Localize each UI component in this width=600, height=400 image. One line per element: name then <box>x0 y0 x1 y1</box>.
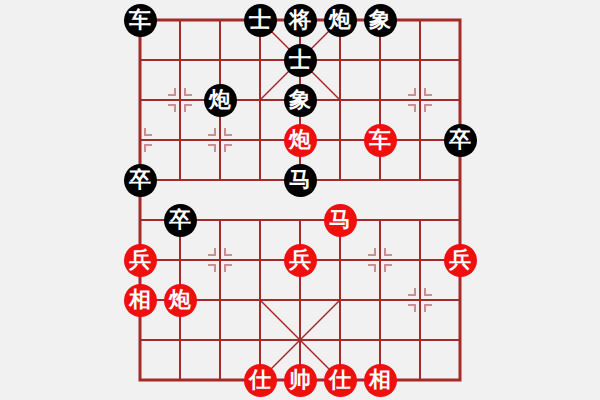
piece-red-soldier[interactable]: 兵 <box>124 244 157 277</box>
piece-red-soldier[interactable]: 兵 <box>444 244 477 277</box>
xiangqi-board: 车士将炮象士炮象炮车卒卒马卒马兵兵兵相炮仕帅仕相 <box>0 0 600 400</box>
piece-red-horse[interactable]: 马 <box>324 204 357 237</box>
piece-red-elephant[interactable]: 相 <box>364 364 397 397</box>
pieces-layer: 车士将炮象士炮象炮车卒卒马卒马兵兵兵相炮仕帅仕相 <box>0 0 600 400</box>
piece-black-advisor[interactable]: 士 <box>244 4 277 37</box>
piece-black-elephant[interactable]: 象 <box>284 84 317 117</box>
piece-red-chariot[interactable]: 车 <box>364 124 397 157</box>
piece-red-general[interactable]: 帅 <box>284 364 317 397</box>
piece-black-general[interactable]: 将 <box>284 4 317 37</box>
piece-red-elephant[interactable]: 相 <box>124 284 157 317</box>
piece-black-soldier[interactable]: 卒 <box>124 164 157 197</box>
piece-red-cannon[interactable]: 炮 <box>164 284 197 317</box>
piece-black-soldier[interactable]: 卒 <box>164 204 197 237</box>
piece-black-cannon[interactable]: 炮 <box>324 4 357 37</box>
piece-black-elephant[interactable]: 象 <box>364 4 397 37</box>
piece-red-soldier[interactable]: 兵 <box>284 244 317 277</box>
piece-black-chariot[interactable]: 车 <box>124 4 157 37</box>
piece-red-advisor[interactable]: 仕 <box>324 364 357 397</box>
piece-black-soldier[interactable]: 卒 <box>444 124 477 157</box>
piece-red-advisor[interactable]: 仕 <box>244 364 277 397</box>
piece-black-horse[interactable]: 马 <box>284 164 317 197</box>
piece-red-cannon[interactable]: 炮 <box>284 124 317 157</box>
piece-black-advisor[interactable]: 士 <box>284 44 317 77</box>
piece-black-cannon[interactable]: 炮 <box>204 84 237 117</box>
